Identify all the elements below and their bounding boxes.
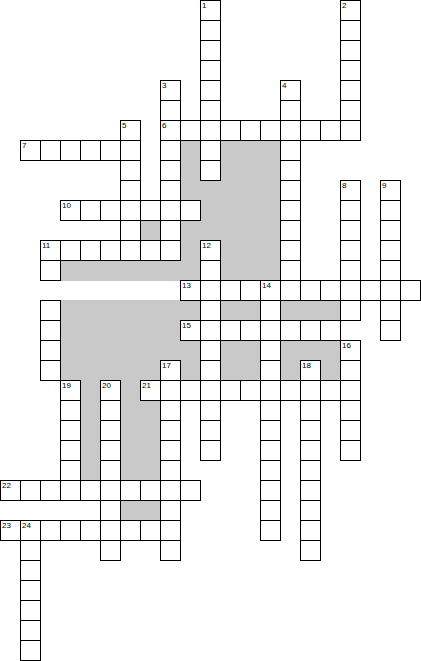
shaded-region	[320, 340, 341, 361]
cell-r24c4[interactable]	[80, 480, 101, 501]
shaded-region	[100, 300, 121, 321]
cell-r10c19[interactable]	[380, 200, 401, 221]
cell-r25c13[interactable]	[260, 500, 281, 521]
cell-r9c6[interactable]	[120, 180, 141, 201]
shaded-region	[240, 260, 261, 281]
cell-r5c10[interactable]	[200, 100, 221, 121]
shaded-region	[80, 420, 101, 441]
cell-r26c0[interactable]: 23	[0, 520, 21, 541]
shaded-region	[320, 300, 341, 321]
shaded-region	[260, 260, 281, 281]
cell-r7c6[interactable]	[120, 140, 141, 161]
shaded-region	[80, 440, 101, 461]
shaded-region	[140, 500, 161, 521]
shaded-region	[240, 200, 261, 221]
shaded-region	[160, 300, 181, 321]
cell-r6c8[interactable]: 6	[160, 120, 181, 141]
shaded-region	[220, 360, 241, 381]
cell-r26c3[interactable]	[60, 520, 81, 541]
cell-r14c13[interactable]: 14	[260, 280, 281, 301]
cell-r31c1[interactable]	[20, 620, 41, 641]
cell-r14c11[interactable]	[220, 280, 241, 301]
shaded-region	[120, 440, 141, 461]
cell-r3c10[interactable]	[200, 60, 221, 81]
shaded-region	[120, 380, 141, 401]
cell-r23c8[interactable]	[160, 460, 181, 481]
cell-r16c10[interactable]	[200, 320, 221, 341]
cell-r10c7[interactable]	[140, 200, 161, 221]
cell-r18c8[interactable]: 17	[160, 360, 181, 381]
cell-r6c10[interactable]	[200, 120, 221, 141]
shaded-region	[100, 260, 121, 281]
cell-r1c10[interactable]	[200, 20, 221, 41]
cell-r4c17[interactable]	[340, 80, 361, 101]
cell-r14c12[interactable]	[240, 280, 261, 301]
cell-r13c14[interactable]	[280, 260, 301, 281]
cell-r19c11[interactable]	[220, 380, 241, 401]
clue-number: 7	[22, 141, 26, 150]
shaded-region	[180, 340, 201, 361]
shaded-region	[120, 360, 141, 381]
shaded-region	[180, 240, 201, 261]
cell-r11c14[interactable]	[280, 220, 301, 241]
cell-r4c10[interactable]	[200, 80, 221, 101]
shaded-region	[220, 160, 241, 181]
cell-r21c3[interactable]	[60, 420, 81, 441]
shaded-region	[260, 160, 281, 181]
shaded-region	[120, 400, 141, 421]
shaded-region	[160, 320, 181, 341]
cell-r25c5[interactable]	[100, 500, 121, 521]
shaded-region	[60, 320, 81, 341]
cell-r19c3[interactable]: 19	[60, 380, 81, 401]
cell-r5c8[interactable]	[160, 100, 181, 121]
cell-r0c17[interactable]: 2	[340, 0, 361, 21]
clue-number: 13	[182, 281, 191, 290]
cell-r26c6[interactable]	[120, 520, 141, 541]
cell-r12c5[interactable]	[100, 240, 121, 261]
cell-r11c19[interactable]	[380, 220, 401, 241]
cell-r22c3[interactable]	[60, 440, 81, 461]
cell-r19c8[interactable]	[160, 380, 181, 401]
shaded-region	[120, 460, 141, 481]
shaded-region	[240, 360, 261, 381]
cell-r32c1[interactable]	[20, 640, 41, 661]
cell-r20c15[interactable]	[300, 400, 321, 421]
cell-r16c12[interactable]	[240, 320, 261, 341]
cell-r6c16[interactable]	[320, 120, 341, 141]
shaded-region	[220, 200, 241, 221]
shaded-region	[120, 260, 141, 281]
cell-r7c1[interactable]: 7	[20, 140, 41, 161]
cell-r25c15[interactable]	[300, 500, 321, 521]
cell-r10c9[interactable]	[180, 200, 201, 221]
shaded-region	[60, 260, 81, 281]
cell-r20c5[interactable]	[100, 400, 121, 421]
cell-r28c1[interactable]	[20, 560, 41, 581]
shaded-region	[260, 200, 281, 221]
shaded-region	[280, 360, 301, 381]
cell-r20c8[interactable]	[160, 400, 181, 421]
cell-r14c14[interactable]	[280, 280, 301, 301]
cell-r17c10[interactable]	[200, 340, 221, 361]
cell-r15c19[interactable]	[380, 300, 401, 321]
cell-r6c17[interactable]	[340, 120, 361, 141]
clue-number: 11	[42, 241, 50, 250]
cell-r18c13[interactable]	[260, 360, 281, 381]
shaded-region	[180, 300, 201, 321]
shaded-region	[80, 400, 101, 421]
clue-number: 9	[382, 181, 386, 190]
cell-r14c19[interactable]	[380, 280, 401, 301]
shaded-region	[240, 140, 261, 161]
shaded-region	[100, 340, 121, 361]
cell-r24c13[interactable]	[260, 480, 281, 501]
crossword-board: 123456789101112131415161718192021222324	[0, 0, 421, 661]
shaded-region	[320, 360, 341, 381]
cell-r7c4[interactable]	[80, 140, 101, 161]
cell-r20c17[interactable]	[340, 400, 361, 421]
shaded-region	[100, 320, 121, 341]
cell-r27c15[interactable]	[300, 540, 321, 561]
cell-r26c2[interactable]	[40, 520, 61, 541]
shaded-region	[140, 400, 161, 421]
cell-r10c6[interactable]	[120, 200, 141, 221]
shaded-region	[100, 360, 121, 381]
cell-r14c20[interactable]	[400, 280, 421, 301]
cell-r16c11[interactable]	[220, 320, 241, 341]
cell-r21c8[interactable]	[160, 420, 181, 441]
cell-r10c8[interactable]	[160, 200, 181, 221]
cell-r18c15[interactable]: 18	[300, 360, 321, 381]
cell-r1c17[interactable]	[340, 20, 361, 41]
clue-number: 14	[262, 281, 271, 290]
cell-r12c10[interactable]: 12	[200, 240, 221, 261]
shaded-region	[180, 360, 201, 381]
cell-r10c4[interactable]	[80, 200, 101, 221]
cell-r24c3[interactable]	[60, 480, 81, 501]
cell-r29c1[interactable]	[20, 580, 41, 601]
cell-r6c13[interactable]	[260, 120, 281, 141]
shaded-region	[220, 140, 241, 161]
cell-r26c13[interactable]	[260, 520, 281, 541]
cell-r13c19[interactable]	[380, 260, 401, 281]
cell-r15c17[interactable]	[340, 300, 361, 321]
shaded-region	[200, 220, 221, 241]
cell-r4c14[interactable]: 4	[280, 80, 301, 101]
cell-r24c2[interactable]	[40, 480, 61, 501]
cell-r24c8[interactable]	[160, 480, 181, 501]
cell-r14c9[interactable]: 13	[180, 280, 201, 301]
cell-r9c19[interactable]: 9	[380, 180, 401, 201]
cell-r14c16[interactable]	[320, 280, 341, 301]
cell-r8c6[interactable]	[120, 160, 141, 181]
cell-r20c13[interactable]	[260, 400, 281, 421]
cell-r17c13[interactable]	[260, 340, 281, 361]
cell-r13c2[interactable]	[40, 260, 61, 281]
cell-r12c19[interactable]	[380, 240, 401, 261]
cell-r22c13[interactable]	[260, 440, 281, 461]
cell-r5c14[interactable]	[280, 100, 301, 121]
cell-r24c5[interactable]	[100, 480, 121, 501]
cell-r23c3[interactable]	[60, 460, 81, 481]
cell-r7c5[interactable]	[100, 140, 121, 161]
clue-number: 5	[122, 121, 126, 130]
cell-r13c10[interactable]	[200, 260, 221, 281]
cell-r17c2[interactable]	[40, 340, 61, 361]
cell-r6c12[interactable]	[240, 120, 261, 141]
cell-r21c5[interactable]	[100, 420, 121, 441]
cell-r19c17[interactable]	[340, 380, 361, 401]
cell-r23c15[interactable]	[300, 460, 321, 481]
cell-r30c1[interactable]	[20, 600, 41, 621]
cell-r21c10[interactable]	[200, 420, 221, 441]
cell-r12c8[interactable]	[160, 240, 181, 261]
cell-r8c8[interactable]	[160, 160, 181, 181]
shaded-region	[240, 340, 261, 361]
cell-r0c10[interactable]: 1	[200, 0, 221, 21]
cell-r24c6[interactable]	[120, 480, 141, 501]
cell-r16c14[interactable]	[280, 320, 301, 341]
clue-number: 19	[62, 381, 71, 390]
shaded-region	[120, 300, 141, 321]
cell-r19c15[interactable]	[300, 380, 321, 401]
clue-number: 24	[22, 521, 31, 530]
cell-r14c18[interactable]	[360, 280, 381, 301]
cell-r27c1[interactable]	[20, 540, 41, 561]
cell-r16c13[interactable]	[260, 320, 281, 341]
shaded-region	[120, 420, 141, 441]
cell-r22c15[interactable]	[300, 440, 321, 461]
cell-r16c15[interactable]	[300, 320, 321, 341]
cell-r14c15[interactable]	[300, 280, 321, 301]
cell-r9c17[interactable]: 8	[340, 180, 361, 201]
shaded-region	[80, 340, 101, 361]
cell-r13c17[interactable]	[340, 260, 361, 281]
cell-r18c10[interactable]	[200, 360, 221, 381]
cell-r20c10[interactable]	[200, 400, 221, 421]
cell-r19c5[interactable]: 20	[100, 380, 121, 401]
shaded-region	[180, 260, 201, 281]
cell-r7c3[interactable]	[60, 140, 81, 161]
cell-r26c7[interactable]	[140, 520, 161, 541]
cell-r21c15[interactable]	[300, 420, 321, 441]
cell-r22c5[interactable]	[100, 440, 121, 461]
cell-r6c15[interactable]	[300, 120, 321, 141]
shaded-region	[180, 220, 201, 241]
shaded-region	[80, 460, 101, 481]
shaded-region	[80, 360, 101, 381]
clue-number: 3	[162, 81, 166, 90]
shaded-region	[120, 340, 141, 361]
shaded-region	[240, 220, 261, 241]
cell-r6c14[interactable]	[280, 120, 301, 141]
clue-number: 20	[102, 381, 111, 390]
cell-r24c7[interactable]	[140, 480, 161, 501]
cell-r21c13[interactable]	[260, 420, 281, 441]
clue-number: 4	[282, 81, 286, 90]
cell-r7c14[interactable]	[280, 140, 301, 161]
cell-r6c6[interactable]: 5	[120, 120, 141, 141]
cell-r9c8[interactable]	[160, 180, 181, 201]
cell-r10c3[interactable]: 10	[60, 200, 81, 221]
cell-r19c9[interactable]	[180, 380, 201, 401]
cell-r19c10[interactable]	[200, 380, 221, 401]
shaded-region	[240, 180, 261, 201]
shaded-region	[120, 500, 141, 521]
cell-r10c17[interactable]	[340, 200, 361, 221]
shaded-region	[260, 180, 281, 201]
cell-r26c5[interactable]	[100, 520, 121, 541]
cell-r27c5[interactable]	[100, 540, 121, 561]
shaded-region	[160, 340, 181, 361]
cell-r26c4[interactable]	[80, 520, 101, 541]
shaded-region	[160, 260, 181, 281]
shaded-region	[200, 180, 221, 201]
cell-r7c8[interactable]	[160, 140, 181, 161]
cell-r10c14[interactable]	[280, 200, 301, 221]
cell-r24c9[interactable]	[180, 480, 201, 501]
cell-r12c14[interactable]	[280, 240, 301, 261]
shaded-region	[80, 380, 101, 401]
cell-r26c1[interactable]: 24	[20, 520, 41, 541]
shaded-region	[80, 320, 101, 341]
shaded-region	[140, 300, 161, 321]
cell-r6c11[interactable]	[220, 120, 241, 141]
shaded-region	[280, 340, 301, 361]
clue-number: 17	[162, 361, 171, 370]
cell-r19c12[interactable]	[240, 380, 261, 401]
cell-r23c5[interactable]	[100, 460, 121, 481]
cell-r5c17[interactable]	[340, 100, 361, 121]
cell-r12c7[interactable]	[140, 240, 161, 261]
cell-r16c19[interactable]	[380, 320, 401, 341]
cell-r22c8[interactable]	[160, 440, 181, 461]
shaded-region	[200, 200, 221, 221]
shaded-region	[80, 300, 101, 321]
shaded-region	[240, 300, 261, 321]
cell-r27c8[interactable]	[160, 540, 181, 561]
cell-r16c2[interactable]	[40, 320, 61, 341]
cell-r12c17[interactable]	[340, 240, 361, 261]
cell-r16c9[interactable]: 15	[180, 320, 201, 341]
shaded-region	[240, 160, 261, 181]
cell-r4c8[interactable]: 3	[160, 80, 181, 101]
clue-number: 8	[342, 181, 346, 190]
cell-r7c10[interactable]	[200, 140, 221, 161]
cell-r24c0[interactable]: 22	[0, 480, 21, 501]
cell-r24c15[interactable]	[300, 480, 321, 501]
shaded-region	[300, 340, 321, 361]
clue-number: 10	[62, 201, 71, 210]
shaded-region	[140, 340, 161, 361]
clue-number: 22	[2, 481, 11, 490]
shaded-region	[260, 220, 281, 241]
cell-r12c2[interactable]: 11	[40, 240, 61, 261]
cell-r18c17[interactable]	[340, 360, 361, 381]
shaded-region	[140, 420, 161, 441]
cell-r10c5[interactable]	[100, 200, 121, 221]
cell-r2c17[interactable]	[340, 40, 361, 61]
shaded-region	[60, 360, 81, 381]
cell-r19c16[interactable]	[320, 380, 341, 401]
clue-number: 15	[182, 321, 191, 330]
cell-r15c13[interactable]	[260, 300, 281, 321]
cell-r16c16[interactable]	[320, 320, 341, 341]
shaded-region	[300, 300, 321, 321]
shaded-region	[220, 240, 241, 261]
cell-r8c14[interactable]	[280, 160, 301, 181]
cell-r22c10[interactable]	[200, 440, 221, 461]
clue-number: 16	[342, 341, 351, 350]
shaded-region	[260, 240, 281, 261]
cell-r20c3[interactable]	[60, 400, 81, 421]
shaded-region	[240, 240, 261, 261]
cell-r19c13[interactable]	[260, 380, 281, 401]
cell-r11c17[interactable]	[340, 220, 361, 241]
cell-r14c17[interactable]	[340, 280, 361, 301]
cell-r9c14[interactable]	[280, 180, 301, 201]
cell-r11c8[interactable]	[160, 220, 181, 241]
shaded-region	[80, 260, 101, 281]
cell-r19c7[interactable]: 21	[140, 380, 161, 401]
cell-r14c10[interactable]	[200, 280, 221, 301]
cell-r11c6[interactable]	[120, 220, 141, 241]
cell-r26c15[interactable]	[300, 520, 321, 541]
cell-r24c1[interactable]	[20, 480, 41, 501]
shaded-region	[140, 440, 161, 461]
clue-number: 21	[142, 381, 151, 390]
cell-r6c9[interactable]	[180, 120, 201, 141]
shaded-region	[140, 460, 161, 481]
cell-r26c8[interactable]	[160, 520, 181, 541]
cell-r3c17[interactable]	[340, 60, 361, 81]
cell-r12c4[interactable]	[80, 240, 101, 261]
cell-r7c2[interactable]	[40, 140, 61, 161]
shaded-region	[220, 180, 241, 201]
cell-r2c10[interactable]	[200, 40, 221, 61]
shaded-region	[60, 300, 81, 321]
shaded-region	[220, 340, 241, 361]
shaded-region	[280, 300, 301, 321]
shaded-region	[220, 220, 241, 241]
clue-number: 1	[202, 1, 206, 10]
shaded-region	[220, 300, 241, 321]
cell-r18c2[interactable]	[40, 360, 61, 381]
cell-r22c17[interactable]	[340, 440, 361, 461]
cell-r15c10[interactable]	[200, 300, 221, 321]
shaded-region	[140, 320, 161, 341]
shaded-region	[120, 320, 141, 341]
cell-r21c17[interactable]	[340, 420, 361, 441]
cell-r15c2[interactable]	[40, 300, 61, 321]
cell-r12c3[interactable]	[60, 240, 81, 261]
shaded-region	[180, 140, 201, 161]
cell-r23c13[interactable]	[260, 460, 281, 481]
clue-number: 23	[2, 521, 11, 530]
clue-number: 2	[342, 1, 346, 10]
cell-r25c8[interactable]	[160, 500, 181, 521]
cell-r8c10[interactable]	[200, 160, 221, 181]
shaded-region	[260, 140, 281, 161]
cell-r17c17[interactable]: 16	[340, 340, 361, 361]
cell-r12c6[interactable]	[120, 240, 141, 261]
shaded-region	[140, 360, 161, 381]
shaded-region	[60, 340, 81, 361]
cell-r19c14[interactable]	[280, 380, 301, 401]
shaded-region	[180, 160, 201, 181]
shaded-region	[220, 260, 241, 281]
